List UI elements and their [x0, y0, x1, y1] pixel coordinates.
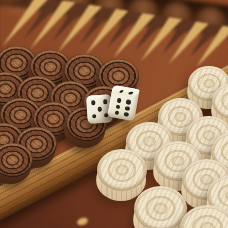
die-pip [125, 106, 130, 111]
die-front-face [107, 94, 138, 121]
die-pip [119, 89, 125, 92]
die-pip [124, 112, 129, 117]
die-pip [97, 107, 102, 112]
die-showing-6 [107, 85, 139, 121]
die-pip [91, 100, 96, 105]
die-pip [126, 99, 131, 104]
die-pip [115, 104, 120, 109]
die-pip [92, 114, 97, 119]
die-pip [128, 91, 134, 94]
die-pip [114, 110, 119, 115]
backgammon-photo [0, 0, 228, 228]
die-pip [103, 99, 108, 104]
dice-group [0, 0, 228, 228]
die-pip [116, 98, 121, 103]
